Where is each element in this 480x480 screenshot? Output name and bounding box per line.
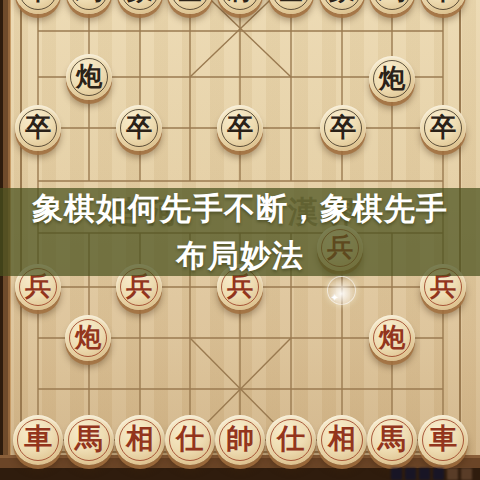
piece-glyph: 卒 <box>227 114 253 140</box>
sparkle-highlight-icon: ✦ <box>327 276 356 305</box>
piece-ring: 象 <box>323 0 362 10</box>
piece-ring: 車 <box>17 419 59 461</box>
piece-glyph: 馬 <box>379 0 405 3</box>
piece-glyph: 卒 <box>430 114 456 140</box>
piece-glyph: 兵 <box>25 273 51 299</box>
red-piece-車[interactable]: 車 <box>13 415 63 465</box>
piece-ring: 炮 <box>69 319 108 358</box>
red-piece-馬[interactable]: 馬 <box>64 415 114 465</box>
piece-ring: 象 <box>121 0 160 10</box>
black-piece-卒[interactable]: 卒 <box>15 105 61 151</box>
piece-ring: 炮 <box>373 319 412 358</box>
piece-glyph: 車 <box>429 425 457 453</box>
piece-glyph: 帥 <box>226 425 254 453</box>
piece-ring: 士 <box>272 0 311 10</box>
piece-glyph: 象 <box>127 0 153 3</box>
piece-ring: 仕 <box>169 419 211 461</box>
piece-glyph: 將 <box>227 0 253 3</box>
piece-ring: 卒 <box>19 109 58 148</box>
piece-glyph: 炮 <box>75 324 101 350</box>
watermark-glyph <box>461 468 472 480</box>
black-piece-卒[interactable]: 卒 <box>420 105 466 151</box>
black-piece-炮[interactable]: 炮 <box>66 54 112 100</box>
piece-glyph: 相 <box>328 425 356 453</box>
red-piece-馬[interactable]: 馬 <box>367 415 417 465</box>
red-piece-仕[interactable]: 仕 <box>266 415 316 465</box>
piece-ring: 士 <box>171 0 210 10</box>
piece-glyph: 卒 <box>126 114 152 140</box>
watermark-glyph <box>447 468 458 480</box>
red-piece-炮[interactable]: 炮 <box>65 315 111 361</box>
watermark-glyph <box>419 468 430 480</box>
piece-glyph: 仕 <box>277 425 305 453</box>
piece-ring: 車 <box>424 0 463 10</box>
piece-ring: 卒 <box>120 109 159 148</box>
watermark-glyph <box>391 468 402 480</box>
red-piece-相[interactable]: 相 <box>115 415 165 465</box>
black-piece-炮[interactable]: 炮 <box>369 56 415 102</box>
title-line-2: 布局妙法 <box>176 235 304 277</box>
piece-ring: 炮 <box>373 60 412 99</box>
red-piece-車[interactable]: 車 <box>418 415 468 465</box>
piece-glyph: 馬 <box>75 425 103 453</box>
red-piece-仕[interactable]: 仕 <box>165 415 215 465</box>
piece-glyph: 相 <box>126 425 154 453</box>
black-piece-卒[interactable]: 卒 <box>320 105 366 151</box>
red-piece-炮[interactable]: 炮 <box>369 315 415 361</box>
piece-glyph: 馬 <box>378 425 406 453</box>
watermark <box>391 468 472 480</box>
watermark-glyph <box>433 468 444 480</box>
piece-ring: 將 <box>221 0 260 10</box>
piece-glyph: 仕 <box>176 425 204 453</box>
title-overlay-banner: 象棋如何先手不断，象棋先手 布局妙法 <box>0 188 480 276</box>
piece-glyph: 炮 <box>379 324 405 350</box>
piece-glyph: 士 <box>177 0 203 3</box>
piece-glyph: 炮 <box>379 65 405 91</box>
black-piece-卒[interactable]: 卒 <box>116 105 162 151</box>
piece-ring: 卒 <box>424 109 463 148</box>
piece-ring: 馬 <box>371 419 413 461</box>
piece-glyph: 兵 <box>430 273 456 299</box>
piece-ring: 相 <box>119 419 161 461</box>
piece-ring: 卒 <box>324 109 363 148</box>
piece-glyph: 兵 <box>126 273 152 299</box>
red-piece-相[interactable]: 相 <box>317 415 367 465</box>
piece-glyph: 車 <box>24 425 52 453</box>
piece-ring: 相 <box>321 419 363 461</box>
black-piece-卒[interactable]: 卒 <box>217 105 263 151</box>
piece-glyph: 卒 <box>330 114 356 140</box>
piece-ring: 帥 <box>219 419 261 461</box>
xiangqi-board-screenshot: 楚河 漢界 車馬象士將士象馬車炮炮卒卒卒卒卒兵兵兵兵兵炮炮車馬相仕帥仕相馬車 ✦… <box>0 0 480 480</box>
piece-ring: 車 <box>19 0 58 10</box>
piece-ring: 卒 <box>221 109 260 148</box>
piece-glyph: 車 <box>25 0 51 3</box>
piece-glyph: 士 <box>278 0 304 3</box>
piece-ring: 馬 <box>373 0 412 10</box>
piece-glyph: 馬 <box>76 0 102 3</box>
star-glint-icon: ✦ <box>331 292 339 303</box>
piece-ring: 仕 <box>270 419 312 461</box>
piece-ring: 車 <box>422 419 464 461</box>
red-piece-帥[interactable]: 帥 <box>215 415 265 465</box>
piece-ring: 馬 <box>70 0 109 10</box>
watermark-glyph <box>405 468 416 480</box>
piece-glyph: 兵 <box>227 273 253 299</box>
piece-glyph: 炮 <box>76 63 102 89</box>
piece-glyph: 象 <box>329 0 355 3</box>
piece-glyph: 卒 <box>25 114 51 140</box>
title-line-1: 象棋如何先手不断，象棋先手 <box>32 188 448 230</box>
piece-ring: 炮 <box>70 58 109 97</box>
piece-glyph: 車 <box>430 0 456 3</box>
piece-ring: 馬 <box>68 419 110 461</box>
